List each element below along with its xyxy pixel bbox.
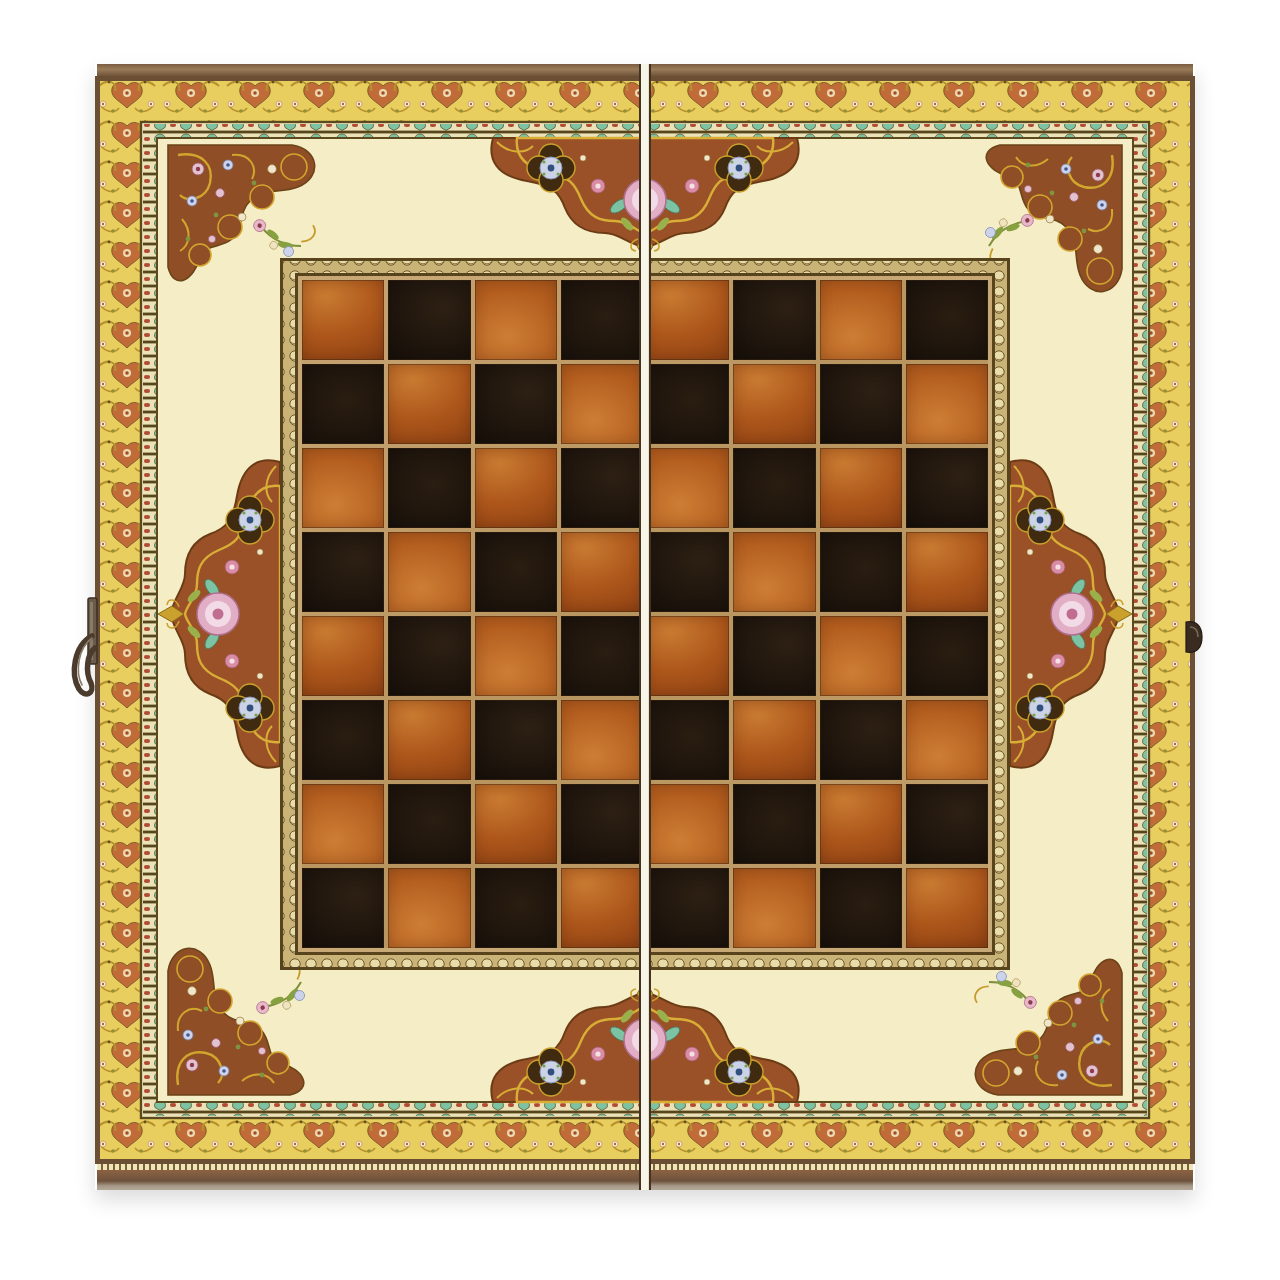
square-d8[interactable] [561,280,643,360]
game-box [95,64,1195,1190]
square-g3[interactable] [820,700,902,780]
left-latch[interactable] [66,596,100,704]
square-a3[interactable] [302,700,384,780]
square-a6[interactable] [302,448,384,528]
square-e7[interactable] [647,364,729,444]
square-f8[interactable] [733,280,815,360]
knob-icon [1184,618,1204,656]
square-c8[interactable] [475,280,557,360]
square-b2[interactable] [388,784,470,864]
square-a5[interactable] [302,532,384,612]
square-e4[interactable] [647,616,729,696]
square-d7[interactable] [561,364,643,444]
square-g4[interactable] [820,616,902,696]
square-d3[interactable] [561,700,643,780]
square-a2[interactable] [302,784,384,864]
square-b7[interactable] [388,364,470,444]
square-h8[interactable] [906,280,988,360]
square-c4[interactable] [475,616,557,696]
square-f2[interactable] [733,784,815,864]
square-b1[interactable] [388,868,470,948]
square-f1[interactable] [733,868,815,948]
square-d1[interactable] [561,868,643,948]
fold-seam [639,64,651,1190]
square-e8[interactable] [647,280,729,360]
square-a8[interactable] [302,280,384,360]
square-d5[interactable] [561,532,643,612]
square-h7[interactable] [906,364,988,444]
right-knob[interactable] [1184,618,1204,660]
square-c3[interactable] [475,700,557,780]
square-e6[interactable] [647,448,729,528]
square-g2[interactable] [820,784,902,864]
square-f5[interactable] [733,532,815,612]
square-b6[interactable] [388,448,470,528]
square-b8[interactable] [388,280,470,360]
square-e1[interactable] [647,868,729,948]
square-a1[interactable] [302,868,384,948]
square-h1[interactable] [906,868,988,948]
square-b5[interactable] [388,532,470,612]
square-f3[interactable] [733,700,815,780]
square-e5[interactable] [647,532,729,612]
square-h6[interactable] [906,448,988,528]
square-f7[interactable] [733,364,815,444]
square-g6[interactable] [820,448,902,528]
square-h2[interactable] [906,784,988,864]
square-c5[interactable] [475,532,557,612]
square-e2[interactable] [647,784,729,864]
square-h5[interactable] [906,532,988,612]
square-d6[interactable] [561,448,643,528]
square-c2[interactable] [475,784,557,864]
square-g7[interactable] [820,364,902,444]
square-g8[interactable] [820,280,902,360]
square-d4[interactable] [561,616,643,696]
square-f6[interactable] [733,448,815,528]
square-c7[interactable] [475,364,557,444]
square-g5[interactable] [820,532,902,612]
square-e3[interactable] [647,700,729,780]
latch-hook-icon [66,596,100,700]
photo-scene [0,0,1280,1280]
square-h4[interactable] [906,616,988,696]
square-b4[interactable] [388,616,470,696]
square-b3[interactable] [388,700,470,780]
square-c6[interactable] [475,448,557,528]
square-d2[interactable] [561,784,643,864]
square-f4[interactable] [733,616,815,696]
square-c1[interactable] [475,868,557,948]
square-a4[interactable] [302,616,384,696]
square-a7[interactable] [302,364,384,444]
square-h3[interactable] [906,700,988,780]
square-g1[interactable] [820,868,902,948]
